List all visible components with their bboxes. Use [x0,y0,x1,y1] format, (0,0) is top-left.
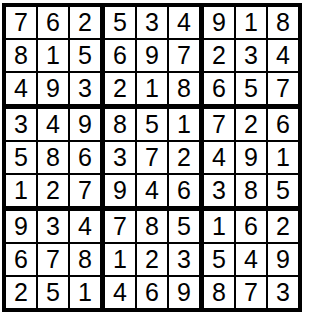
cell-r8c2[interactable]: 7 [37,243,69,276]
cell-r4c1[interactable]: 3 [5,108,37,141]
cell-r1c1[interactable]: 7 [5,6,37,39]
cell-r8c3[interactable]: 8 [69,243,101,276]
cell-r7c1[interactable]: 9 [5,210,37,243]
cell-r6c1[interactable]: 1 [5,174,37,207]
cell-r2c7[interactable]: 2 [203,39,235,72]
cell-r2c5[interactable]: 9 [136,39,168,72]
cell-r1c9[interactable]: 8 [267,6,299,39]
cell-r2c6[interactable]: 7 [168,39,200,72]
cell-r7c5[interactable]: 8 [136,210,168,243]
cell-r2c3[interactable]: 5 [69,39,101,72]
cell-r9c1[interactable]: 2 [5,276,37,309]
cell-r4c5[interactable]: 5 [136,108,168,141]
cell-r8c7[interactable]: 5 [203,243,235,276]
cell-r4c3[interactable]: 9 [69,108,101,141]
cell-r2c2[interactable]: 1 [37,39,69,72]
cell-r9c8[interactable]: 7 [235,276,267,309]
cell-r1c5[interactable]: 3 [136,6,168,39]
cell-r6c5[interactable]: 4 [136,174,168,207]
cell-r8c8[interactable]: 4 [235,243,267,276]
cell-r3c4[interactable]: 2 [104,72,136,105]
cell-r3c5[interactable]: 1 [136,72,168,105]
cell-r6c2[interactable]: 2 [37,174,69,207]
cell-r7c4[interactable]: 7 [104,210,136,243]
cell-r7c3[interactable]: 4 [69,210,101,243]
cell-r5c6[interactable]: 2 [168,141,200,174]
cell-r5c9[interactable]: 1 [267,141,299,174]
cell-r1c8[interactable]: 1 [235,6,267,39]
cell-r8c6[interactable]: 3 [168,243,200,276]
cell-r9c2[interactable]: 5 [37,276,69,309]
cell-r5c4[interactable]: 3 [104,141,136,174]
cell-r7c8[interactable]: 6 [235,210,267,243]
cell-r7c7[interactable]: 1 [203,210,235,243]
cell-r4c6[interactable]: 1 [168,108,200,141]
cell-r5c2[interactable]: 8 [37,141,69,174]
cell-r3c8[interactable]: 5 [235,72,267,105]
cell-r4c8[interactable]: 2 [235,108,267,141]
cell-r1c7[interactable]: 9 [203,6,235,39]
cell-r4c7[interactable]: 7 [203,108,235,141]
cell-r3c6[interactable]: 8 [168,72,200,105]
cell-r8c9[interactable]: 9 [267,243,299,276]
cell-r7c6[interactable]: 5 [168,210,200,243]
cell-r8c1[interactable]: 6 [5,243,37,276]
cell-r8c5[interactable]: 2 [136,243,168,276]
cell-r3c2[interactable]: 9 [37,72,69,105]
cell-r3c7[interactable]: 6 [203,72,235,105]
cell-r7c9[interactable]: 2 [267,210,299,243]
cell-r5c8[interactable]: 9 [235,141,267,174]
cell-r9c6[interactable]: 9 [168,276,200,309]
cell-r9c9[interactable]: 3 [267,276,299,309]
cell-r6c7[interactable]: 3 [203,174,235,207]
cell-r9c5[interactable]: 6 [136,276,168,309]
cell-r6c4[interactable]: 9 [104,174,136,207]
cell-r3c1[interactable]: 4 [5,72,37,105]
cell-r7c2[interactable]: 3 [37,210,69,243]
cell-r6c3[interactable]: 7 [69,174,101,207]
cell-r5c5[interactable]: 7 [136,141,168,174]
cell-r1c4[interactable]: 5 [104,6,136,39]
cell-r1c3[interactable]: 2 [69,6,101,39]
cell-r2c9[interactable]: 4 [267,39,299,72]
cell-r5c3[interactable]: 6 [69,141,101,174]
cell-r5c7[interactable]: 4 [203,141,235,174]
cell-r9c4[interactable]: 4 [104,276,136,309]
cell-r5c1[interactable]: 5 [5,141,37,174]
cell-r4c2[interactable]: 4 [37,108,69,141]
cell-r9c3[interactable]: 1 [69,276,101,309]
cell-r4c9[interactable]: 6 [267,108,299,141]
cell-r1c2[interactable]: 6 [37,6,69,39]
cell-r8c4[interactable]: 1 [104,243,136,276]
sudoku-board: 7625349188156972344932186573498517265863… [2,3,302,312]
cell-r2c4[interactable]: 6 [104,39,136,72]
cell-r6c9[interactable]: 5 [267,174,299,207]
cell-r4c4[interactable]: 8 [104,108,136,141]
cell-r3c3[interactable]: 3 [69,72,101,105]
cell-r6c8[interactable]: 8 [235,174,267,207]
cell-r2c8[interactable]: 3 [235,39,267,72]
cell-r9c7[interactable]: 8 [203,276,235,309]
cell-r3c9[interactable]: 7 [267,72,299,105]
cell-r1c6[interactable]: 4 [168,6,200,39]
cell-r2c1[interactable]: 8 [5,39,37,72]
cell-r6c6[interactable]: 6 [168,174,200,207]
sudoku-board-container: 7625349188156972344932186573498517265863… [0,0,312,312]
